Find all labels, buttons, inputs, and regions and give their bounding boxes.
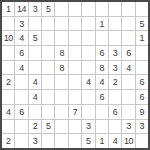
cell-r1c7-empty[interactable] [82,2,94,16]
cell-r5c6-empty[interactable] [69,61,81,75]
cell-r10c4-empty[interactable] [42,134,54,148]
cell-r3c1-clue[interactable]: 10 [2,31,14,45]
cell-r10c7-clue[interactable]: 5 [82,134,94,148]
cell-r2c7-empty[interactable] [82,17,94,31]
cell-r7c8-clue[interactable]: 6 [96,90,108,104]
cell-r1c9-empty[interactable] [109,2,121,16]
cell-r4c8-clue[interactable]: 6 [96,46,108,60]
cell-r2c4-empty[interactable] [42,17,54,31]
cell-r3c11-clue[interactable]: 1 [136,31,148,45]
cell-r10c6-empty[interactable] [69,134,81,148]
cell-r4c7-empty[interactable] [82,46,94,60]
cell-r6c3-clue[interactable]: 4 [29,75,41,89]
cell-r10c8-clue[interactable]: 1 [96,134,108,148]
cell-r3c4-empty[interactable] [42,31,54,45]
cell-r4c2-clue[interactable]: 6 [15,46,27,60]
cell-r6c7-clue[interactable]: 4 [82,75,94,89]
cell-r4c11-empty[interactable] [136,46,148,60]
cell-r4c4-empty[interactable] [42,46,54,60]
cell-r9c6-empty[interactable] [69,120,81,134]
cell-r3c3-clue[interactable]: 5 [29,31,41,45]
cell-r2c9-empty[interactable] [109,17,121,31]
cell-r6c1-clue[interactable]: 2 [2,75,14,89]
cell-r7c3-clue[interactable]: 4 [29,90,41,104]
cell-r6c9-clue[interactable]: 2 [109,75,121,89]
cell-r8c10-empty[interactable] [122,105,134,119]
cell-r9c11-clue[interactable]: 3 [136,120,148,134]
cell-r8c11-clue[interactable]: 9 [136,105,148,119]
cell-r4c10-clue[interactable]: 6 [122,46,134,60]
cell-r3c9-empty[interactable] [109,31,121,45]
cell-r8c1-clue[interactable]: 4 [2,105,14,119]
cell-r1c10-empty[interactable] [122,2,134,16]
cell-r1c11-empty[interactable] [136,2,148,16]
cell-r2c6-empty[interactable] [69,17,81,31]
cell-r9c7-clue[interactable]: 3 [82,120,94,134]
cell-r9c8-empty[interactable] [96,120,108,134]
cell-r4c5-clue[interactable]: 8 [55,46,67,60]
cell-r9c2-empty[interactable] [15,120,27,134]
cell-r10c10-clue[interactable]: 10 [122,134,134,148]
cell-r6c4-empty[interactable] [42,75,54,89]
cell-r9c3-clue[interactable]: 2 [29,120,41,134]
cell-r8c7-empty[interactable] [82,105,94,119]
cell-r7c6-empty[interactable] [69,90,81,104]
cell-r7c2-empty[interactable] [15,90,27,104]
cell-r2c2-clue[interactable]: 3 [15,17,27,31]
cell-r1c2-clue[interactable]: 14 [15,2,27,16]
cell-r3c2-clue[interactable]: 4 [15,31,27,45]
cell-r7c9-empty[interactable] [109,90,121,104]
cell-r10c5-empty[interactable] [55,134,67,148]
cell-r5c10-clue[interactable]: 4 [122,61,134,75]
cell-r7c5-empty[interactable] [55,90,67,104]
cell-r5c2-clue[interactable]: 4 [15,61,27,75]
cell-r7c7-empty[interactable] [82,90,94,104]
cell-r1c8-empty[interactable] [96,2,108,16]
cell-r1c6-empty[interactable] [69,2,81,16]
cell-r9c5-empty[interactable] [55,120,67,134]
cell-r8c8-empty[interactable] [96,105,108,119]
cell-r10c3-clue[interactable]: 3 [29,134,41,148]
cell-r4c1-empty[interactable] [2,46,14,60]
cell-r5c4-empty[interactable] [42,61,54,75]
cell-r3c7-empty[interactable] [82,31,94,45]
cell-r2c3-empty[interactable] [29,17,41,31]
cell-r4c9-clue[interactable]: 3 [109,46,121,60]
cell-r4c3-empty[interactable] [29,46,41,60]
cell-r7c4-empty[interactable] [42,90,54,104]
cell-r3c6-empty[interactable] [69,31,81,45]
cell-r1c3-clue[interactable]: 3 [29,2,41,16]
cell-r8c2-clue[interactable]: 6 [15,105,27,119]
cell-r1c5-empty[interactable] [55,2,67,16]
cell-r6c2-empty[interactable] [15,75,27,89]
cell-r5c7-empty[interactable] [82,61,94,75]
cell-r7c10-empty[interactable] [122,90,134,104]
cell-r7c1-empty[interactable] [2,90,14,104]
cell-r10c9-clue[interactable]: 4 [109,134,121,148]
cell-r8c6-clue[interactable]: 7 [69,105,81,119]
cell-r3c10-empty[interactable] [122,31,134,45]
cell-r2c10-empty[interactable] [122,17,134,31]
cell-r9c10-clue[interactable]: 3 [122,120,134,134]
cell-r6c10-empty[interactable] [122,75,134,89]
cell-r2c11-clue[interactable]: 5 [136,17,148,31]
cell-r2c1-empty[interactable] [2,17,14,31]
cell-r4c6-empty[interactable] [69,46,81,60]
cell-r10c1-clue[interactable]: 2 [2,134,14,148]
cell-r5c9-clue[interactable]: 3 [109,61,121,75]
cell-r3c5-empty[interactable] [55,31,67,45]
cell-r10c11-empty[interactable] [136,134,148,148]
cell-r9c1-empty[interactable] [2,120,14,134]
cell-r8c5-empty[interactable] [55,105,67,119]
cell-r10c2-empty[interactable] [15,134,27,148]
cell-r5c8-clue[interactable]: 8 [96,61,108,75]
cell-r9c4-clue[interactable]: 5 [42,120,54,134]
cell-r2c8-clue[interactable]: 1 [96,17,108,31]
cell-r2c5-empty[interactable] [55,17,67,31]
cell-r5c5-clue[interactable]: 8 [55,61,67,75]
cell-r5c1-empty[interactable] [2,61,14,75]
puzzle-board: 1143531510451686364883424442646646769253… [0,0,150,150]
cell-r8c9-clue[interactable]: 6 [109,105,121,119]
cell-r1c4-clue[interactable]: 5 [42,2,54,16]
cell-r9c9-empty[interactable] [109,120,121,134]
cell-r5c11-empty[interactable] [136,61,148,75]
cell-r6c6-empty[interactable] [69,75,81,89]
cell-r5c3-empty[interactable] [29,61,41,75]
cell-r6c11-clue[interactable]: 6 [136,75,148,89]
cell-r8c3-empty[interactable] [29,105,41,119]
cell-r6c5-empty[interactable] [55,75,67,89]
cell-r3c8-empty[interactable] [96,31,108,45]
cell-r7c11-clue[interactable]: 6 [136,90,148,104]
cell-r6c8-clue[interactable]: 4 [96,75,108,89]
cell-r8c4-empty[interactable] [42,105,54,119]
cell-r1c1-clue[interactable]: 1 [2,2,14,16]
